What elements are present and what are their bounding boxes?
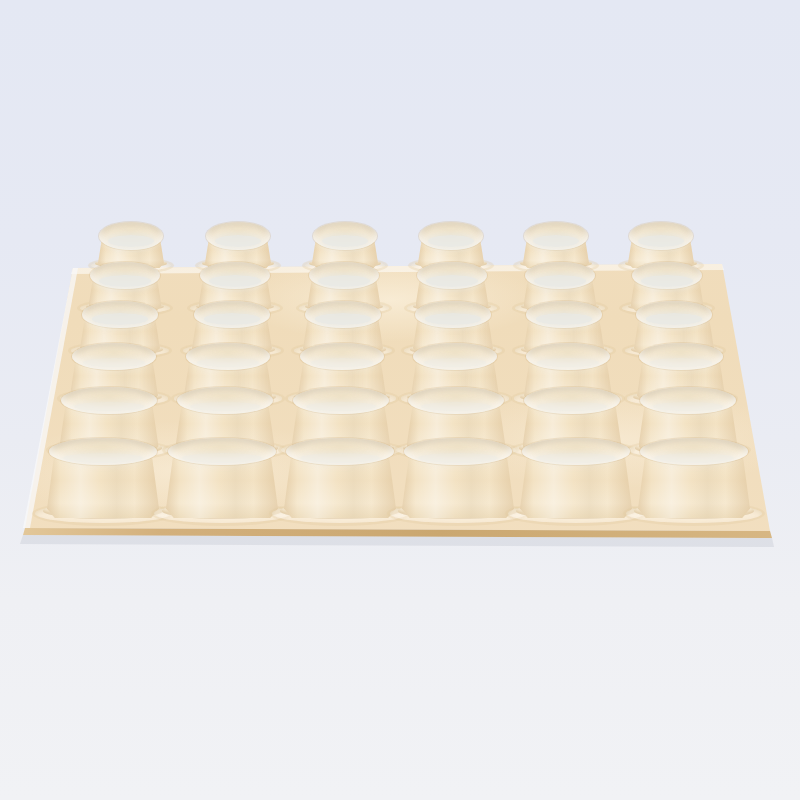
bumper-top-face [525,262,595,289]
bumper-top-sheen [182,453,262,463]
bumper-top-sheen [322,235,369,247]
bumper [47,438,159,518]
bumper-top-face [286,438,394,465]
bumper-top-sheen [426,275,478,287]
bumper-top-sheen [83,358,146,368]
bumper-top-sheen [537,402,607,412]
bumper-top-sheen [533,235,580,247]
bumper-top-sheen [315,313,372,325]
bumper-top-face [413,343,497,370]
bumper-top-face [72,343,156,370]
bumper-top-face [522,438,630,465]
bumper-top-sheen [650,358,713,368]
bumper-top-sheen [99,275,151,287]
bumper-grid [0,0,800,800]
bumper-top-sheen [215,235,262,247]
bumper-top-face [200,262,270,289]
bumper-top-face [640,438,748,465]
bumper-top-face [309,262,379,289]
bumper-top-face [419,222,482,250]
bumper [520,438,632,518]
bumper-top-face [629,222,692,250]
bumper-top-face [49,438,157,465]
bumper-top-sheen [425,313,482,325]
bumper-top-sheen [654,453,734,463]
bumper-top-face [313,222,376,250]
bumper-top-sheen [197,358,260,368]
bumper-top-face [99,222,162,250]
bumper-top-sheen [536,313,593,325]
bumper-top-face [408,387,503,414]
bumper-top-sheen [311,358,374,368]
bumper-top-face [293,387,388,414]
bumper-top-face [524,387,619,414]
bumper-top-sheen [653,402,723,412]
bumper-top-face [300,343,384,370]
bumper-top-sheen [421,402,491,412]
bumper-top-face [61,387,156,414]
bumper-top-face [404,438,512,465]
bumper-top-face [194,301,271,328]
bumper-top-sheen [536,453,616,463]
bumper [402,438,514,518]
bumper [166,438,278,518]
bumper-top-face [177,387,272,414]
bumper-top-face [636,301,713,328]
bumper-top-sheen [638,235,685,247]
bumper-top-face [524,222,587,250]
bumper-top-sheen [646,313,703,325]
bumper-top-face [206,222,269,250]
bumper-top-face [639,343,723,370]
bumper-top-sheen [428,235,475,247]
bumper-top-sheen [108,235,155,247]
bumper-top-face [526,343,610,370]
bumper-top-face [90,262,160,289]
bumper-top-face [526,301,603,328]
bumper-top-face [417,262,487,289]
bumper-top-sheen [209,275,261,287]
bumper-top-face [82,301,159,328]
bumper-top-sheen [190,402,260,412]
bumper-top-sheen [318,275,370,287]
studio-background [0,0,800,800]
bumper-top-sheen [300,453,380,463]
bumper-top-face [640,387,735,414]
bumper-top-sheen [537,358,600,368]
bumper-top-sheen [63,453,143,463]
bumper-top-face [632,262,702,289]
bumper-top-sheen [306,402,376,412]
bumper-top-face [305,301,382,328]
bumper-top-sheen [424,358,487,368]
bumper-top-sheen [641,275,693,287]
bumper-top-sheen [418,453,498,463]
bumper-top-sheen [204,313,261,325]
bumper [638,438,750,518]
bumper-top-face [415,301,492,328]
bumper-top-sheen [534,275,586,287]
bumper [284,438,396,518]
bumper-top-face [186,343,270,370]
bumper-top-face [168,438,276,465]
bumper-top-sheen [74,402,144,412]
bumper-top-sheen [92,313,149,325]
